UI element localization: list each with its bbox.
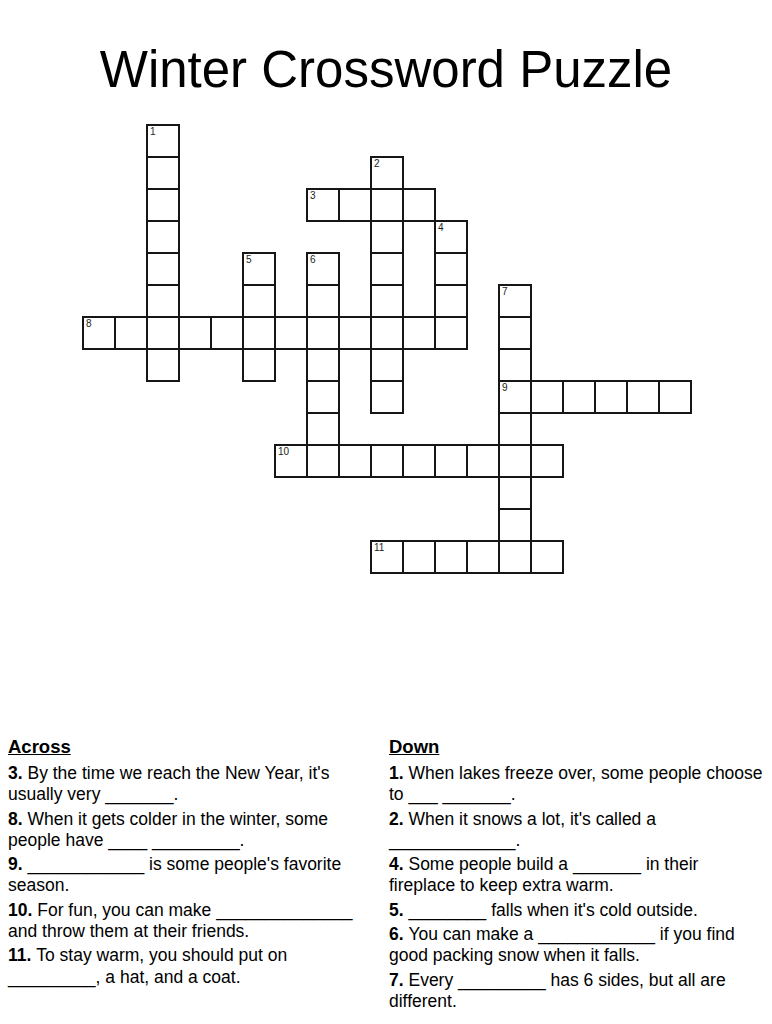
grid-cell-r13c12[interactable] [466,540,500,574]
cell-number: 8 [86,318,92,329]
cell-number: 2 [374,158,380,169]
grid-cell-r10c6[interactable]: 10 [274,444,308,478]
cell-number: 10 [278,446,289,457]
clue-number-label: 7. [389,970,408,990]
grid-cell-r10c8[interactable] [338,444,372,478]
grid-cell-r6c5[interactable] [242,316,276,350]
grid-cell-r9c13[interactable] [498,412,532,446]
clue-number-label: 10. [8,900,37,920]
grid-cell-r8c14[interactable] [530,380,564,414]
cell-number: 5 [246,254,252,265]
grid-cell-r13c10[interactable] [402,540,436,574]
grid-cell-r6c11[interactable] [434,316,468,350]
grid-cell-r7c2[interactable] [146,348,180,382]
clue-down-7: 7. Every _________ has 6 sides, but all … [389,970,768,1013]
grid-cell-r4c11[interactable] [434,252,468,286]
grid-cell-r6c13[interactable] [498,316,532,350]
grid-cell-r6c7[interactable] [306,316,340,350]
crossword-grid: 1234567891011 [82,124,694,576]
cell-number: 11 [374,542,384,553]
grid-cell-r5c13[interactable]: 7 [498,284,532,318]
grid-cell-r8c15[interactable] [562,380,596,414]
clue-number-label: 8. [8,809,27,829]
clue-number-label: 11. [8,945,36,965]
clue-across-10: 10. For fun, you can make ______________… [8,900,380,943]
clue-across-8: 8. When it gets colder in the winter, so… [8,809,380,852]
grid-cell-r6c8[interactable] [338,316,372,350]
clue-text: Every _________ has 6 sides, but all are… [389,970,726,1011]
clue-number-label: 1. [389,763,408,783]
cell-number: 1 [150,126,156,137]
grid-cell-r10c13[interactable] [498,444,532,478]
grid-cell-r10c7[interactable] [306,444,340,478]
grid-cell-r6c6[interactable] [274,316,308,350]
grid-cell-r8c13[interactable]: 9 [498,380,532,414]
grid-cell-r13c9[interactable]: 11 [370,540,404,574]
grid-cell-r8c16[interactable] [594,380,628,414]
clue-number-label: 5. [389,900,408,920]
clue-text: ________ falls when it's cold outside. [408,900,697,920]
clue-down-5: 5. ________ falls when it's cold outside… [389,900,768,921]
clue-number-label: 2. [389,809,408,829]
clue-number-label: 4. [389,854,408,874]
grid-cell-r2c9[interactable] [370,188,404,222]
cell-number: 7 [502,286,508,297]
grid-cell-r7c5[interactable] [242,348,276,382]
grid-cell-r4c2[interactable] [146,252,180,286]
grid-cell-r2c7[interactable]: 3 [306,188,340,222]
grid-cell-r0c2[interactable]: 1 [146,124,180,158]
grid-cell-r8c9[interactable] [370,380,404,414]
grid-cell-r4c9[interactable] [370,252,404,286]
clue-text: By the time we reach the New Year, it's … [8,763,329,804]
grid-cell-r10c11[interactable] [434,444,468,478]
grid-cell-r12c13[interactable] [498,508,532,542]
clue-text: When it gets colder in the winter, some … [8,809,328,850]
clue-down-2: 2. When it snows a lot, it's called a __… [389,809,768,852]
clue-number-label: 3. [8,763,27,783]
grid-cell-r4c5[interactable]: 5 [242,252,276,286]
clue-down-4: 4. Some people build a _______ in their … [389,854,768,897]
grid-cell-r2c2[interactable] [146,188,180,222]
clue-text: ____________ is some people's favorite s… [8,854,341,895]
grid-cell-r5c11[interactable] [434,284,468,318]
grid-cell-r6c3[interactable] [178,316,212,350]
grid-cell-r6c4[interactable] [210,316,244,350]
grid-cell-r6c1[interactable] [114,316,148,350]
grid-cell-r6c9[interactable] [370,316,404,350]
down-header: Down [389,736,768,758]
page-title: Winter Crossword Puzzle [0,40,772,99]
grid-cell-r11c13[interactable] [498,476,532,510]
grid-cell-r8c17[interactable] [626,380,660,414]
grid-cell-r2c8[interactable] [338,188,372,222]
clue-across-11: 11. To stay warm, you should put on ____… [8,945,380,988]
clue-text: When it snows a lot, it's called a _____… [389,809,656,850]
cell-number: 9 [502,382,508,393]
grid-cell-r7c7[interactable] [306,348,340,382]
clue-number-label: 6. [389,924,408,944]
across-clue-list: 3. By the time we reach the New Year, it… [8,763,380,988]
grid-cell-r5c5[interactable] [242,284,276,318]
clue-text: You can make a ____________ if you find … [389,924,735,965]
clue-across-9: 9. ____________ is some people's favorit… [8,854,380,897]
cell-number: 4 [438,222,444,233]
grid-cell-r7c9[interactable] [370,348,404,382]
crossword-page: Winter Crossword Puzzle 1234567891011 Ac… [0,0,772,1024]
grid-cell-r4c7[interactable]: 6 [306,252,340,286]
clue-text: For fun, you can make ______________ and… [8,900,352,941]
clue-across-3: 3. By the time we reach the New Year, it… [8,763,380,806]
grid-cell-r1c9[interactable]: 2 [370,156,404,190]
grid-cell-r5c7[interactable] [306,284,340,318]
down-clues-section: Down 1. When lakes freeze over, some peo… [389,736,768,1015]
grid-cell-r8c18[interactable] [658,380,692,414]
clue-text: When lakes freeze over, some people choo… [389,763,763,804]
grid-cell-r13c14[interactable] [530,540,564,574]
grid-cell-r8c7[interactable] [306,380,340,414]
grid-cell-r7c13[interactable] [498,348,532,382]
grid-cell-r6c2[interactable] [146,316,180,350]
clue-down-6: 6. You can make a ____________ if you fi… [389,924,768,967]
clue-number-label: 9. [8,854,27,874]
grid-cell-r2c10[interactable] [402,188,436,222]
grid-cell-r6c0[interactable]: 8 [82,316,116,350]
down-clue-list: 1. When lakes freeze over, some people c… [389,763,768,1012]
grid-cell-r10c9[interactable] [370,444,404,478]
grid-cell-r5c2[interactable] [146,284,180,318]
grid-cell-r3c9[interactable] [370,220,404,254]
grid-cell-r10c10[interactable] [402,444,436,478]
clue-text: Some people build a _______ in their fir… [389,854,698,895]
across-header: Across [8,736,380,758]
grid-cell-r3c11[interactable]: 4 [434,220,468,254]
grid-cell-r10c12[interactable] [466,444,500,478]
grid-cell-r5c9[interactable] [370,284,404,318]
across-clues-section: Across 3. By the time we reach the New Y… [8,736,380,991]
cell-number: 6 [310,254,316,265]
grid-cell-r13c13[interactable] [498,540,532,574]
grid-cell-r10c14[interactable] [530,444,564,478]
grid-cell-r9c7[interactable] [306,412,340,446]
clue-down-1: 1. When lakes freeze over, some people c… [389,763,768,806]
grid-cell-r3c2[interactable] [146,220,180,254]
cell-number: 3 [310,190,316,201]
grid-cell-r1c2[interactable] [146,156,180,190]
clue-text: To stay warm, you should put on ________… [8,945,287,986]
grid-cell-r13c11[interactable] [434,540,468,574]
grid-cell-r6c10[interactable] [402,316,436,350]
